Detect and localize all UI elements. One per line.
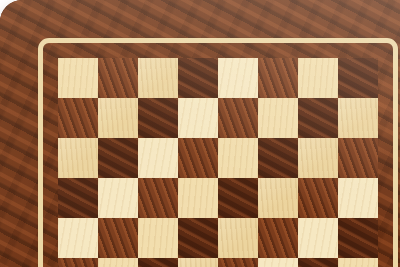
board-square (298, 258, 338, 267)
board-square (138, 58, 178, 98)
board-square (338, 58, 378, 98)
board-square (298, 138, 338, 178)
board-square (138, 178, 178, 218)
board-square (138, 258, 178, 267)
board-square (178, 258, 218, 267)
chess-board (0, 0, 400, 267)
board-square (258, 178, 298, 218)
board-square (338, 98, 378, 138)
board-square (298, 58, 338, 98)
board-square (218, 58, 258, 98)
board-square (58, 138, 98, 178)
board-square (338, 218, 378, 258)
board-square (178, 178, 218, 218)
board-square (98, 178, 138, 218)
board-square (138, 218, 178, 258)
board-square (298, 218, 338, 258)
board-square (98, 258, 138, 267)
board-square (178, 218, 218, 258)
board-square (58, 98, 98, 138)
board-square (178, 58, 218, 98)
board-square (58, 178, 98, 218)
board-square (258, 138, 298, 178)
board-square (138, 138, 178, 178)
board-square (58, 58, 98, 98)
board-square (218, 98, 258, 138)
board-grid (58, 58, 378, 267)
board-square (218, 218, 258, 258)
board-square (218, 178, 258, 218)
board-square (98, 98, 138, 138)
board-square (258, 58, 298, 98)
board-square (258, 218, 298, 258)
board-square (258, 98, 298, 138)
board-square (178, 138, 218, 178)
board-square (98, 58, 138, 98)
board-square (338, 258, 378, 267)
board-square (258, 258, 298, 267)
board-square (138, 98, 178, 138)
board-square (98, 138, 138, 178)
board-square (58, 218, 98, 258)
board-square (298, 98, 338, 138)
board-square (338, 138, 378, 178)
board-square (218, 258, 258, 267)
board-square (298, 178, 338, 218)
board-square (58, 258, 98, 267)
board-square (178, 98, 218, 138)
board-square (98, 218, 138, 258)
product-photo (0, 0, 400, 267)
board-square (338, 178, 378, 218)
board-square (218, 138, 258, 178)
